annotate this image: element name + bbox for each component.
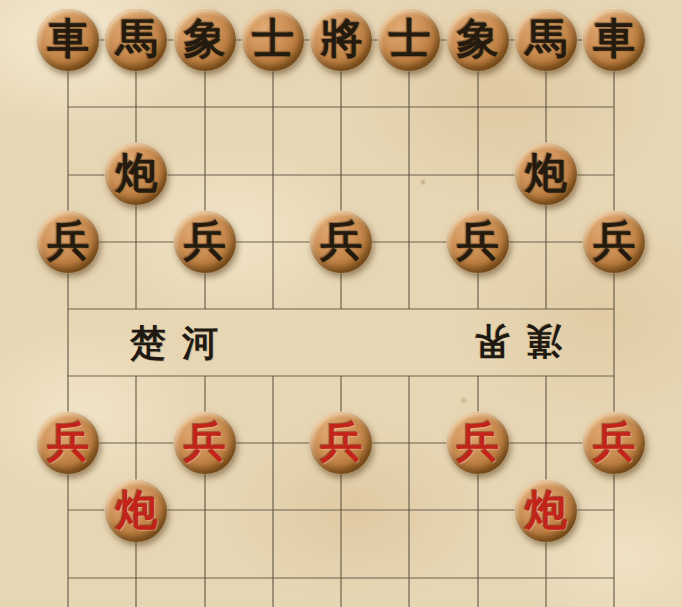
piece-glyph: 將 — [320, 18, 362, 60]
piece-glyph: 兵 — [320, 220, 362, 262]
piece-black-soldier[interactable]: 兵 — [34, 208, 102, 275]
piece-glyph: 馬 — [525, 18, 567, 60]
piece-disk-black-horse[interactable]: 馬 — [515, 9, 577, 71]
piece-red-soldier[interactable]: 兵 — [171, 410, 239, 477]
piece-disk-black-chariot[interactable]: 車 — [37, 9, 99, 71]
piece-disk-black-soldier[interactable]: 兵 — [447, 211, 509, 273]
piece-black-chariot[interactable]: 車 — [580, 6, 648, 73]
piece-disk-black-soldier[interactable]: 兵 — [174, 211, 236, 273]
piece-black-horse[interactable]: 馬 — [512, 6, 580, 73]
piece-glyph: 車 — [593, 18, 635, 60]
piece-black-elephant[interactable]: 象 — [444, 6, 512, 73]
piece-disk-black-cannon[interactable]: 炮 — [105, 143, 167, 205]
piece-disk-red-cannon[interactable]: 炮 — [105, 480, 167, 542]
piece-disk-red-soldier[interactable]: 兵 — [310, 412, 372, 474]
piece-black-chariot[interactable]: 車 — [34, 6, 102, 73]
piece-glyph: 兵 — [47, 421, 89, 463]
piece-glyph: 兵 — [593, 220, 635, 262]
piece-disk-black-elephant[interactable]: 象 — [447, 9, 509, 71]
piece-red-soldier[interactable]: 兵 — [444, 410, 512, 477]
piece-black-soldier[interactable]: 兵 — [171, 208, 239, 275]
piece-black-advisor[interactable]: 士 — [375, 6, 443, 73]
piece-disk-red-soldier[interactable]: 兵 — [583, 412, 645, 474]
piece-glyph: 兵 — [320, 421, 362, 463]
piece-glyph: 炮 — [525, 152, 567, 194]
piece-glyph: 兵 — [593, 421, 635, 463]
piece-disk-black-cannon[interactable]: 炮 — [515, 143, 577, 205]
piece-black-general[interactable]: 將 — [307, 6, 375, 73]
piece-red-soldier[interactable]: 兵 — [34, 410, 102, 477]
piece-glyph: 炮 — [115, 152, 157, 194]
piece-disk-black-elephant[interactable]: 象 — [174, 9, 236, 71]
piece-red-soldier[interactable]: 兵 — [307, 410, 375, 477]
piece-red-cannon[interactable]: 炮 — [102, 477, 170, 544]
piece-black-horse[interactable]: 馬 — [102, 6, 170, 73]
pieces-layer: 車馬象士將士象馬車炮炮兵兵兵兵兵兵兵兵兵兵炮炮 — [34, 6, 648, 607]
piece-black-soldier[interactable]: 兵 — [580, 208, 648, 275]
piece-glyph: 象 — [457, 18, 499, 60]
piece-glyph: 炮 — [525, 489, 567, 531]
piece-black-soldier[interactable]: 兵 — [444, 208, 512, 275]
piece-red-soldier[interactable]: 兵 — [580, 410, 648, 477]
piece-glyph: 士 — [388, 18, 430, 60]
piece-glyph: 士 — [252, 18, 294, 60]
piece-glyph: 炮 — [115, 489, 157, 531]
piece-disk-black-advisor[interactable]: 士 — [242, 9, 304, 71]
piece-glyph: 兵 — [184, 421, 226, 463]
piece-black-cannon[interactable]: 炮 — [102, 141, 170, 208]
piece-disk-black-soldier[interactable]: 兵 — [310, 211, 372, 273]
piece-glyph: 車 — [47, 18, 89, 60]
piece-disk-black-soldier[interactable]: 兵 — [37, 211, 99, 273]
piece-glyph: 兵 — [457, 421, 499, 463]
piece-disk-red-soldier[interactable]: 兵 — [174, 412, 236, 474]
piece-black-cannon[interactable]: 炮 — [512, 141, 580, 208]
piece-disk-red-cannon[interactable]: 炮 — [515, 480, 577, 542]
piece-black-soldier[interactable]: 兵 — [307, 208, 375, 275]
piece-glyph: 馬 — [115, 18, 157, 60]
piece-glyph: 兵 — [457, 220, 499, 262]
piece-disk-black-general[interactable]: 將 — [310, 9, 372, 71]
piece-disk-red-soldier[interactable]: 兵 — [447, 412, 509, 474]
piece-red-cannon[interactable]: 炮 — [512, 477, 580, 544]
piece-disk-black-soldier[interactable]: 兵 — [583, 211, 645, 273]
piece-disk-black-chariot[interactable]: 車 — [583, 9, 645, 71]
piece-glyph: 象 — [184, 18, 226, 60]
piece-disk-black-horse[interactable]: 馬 — [105, 9, 167, 71]
xiangqi-board: 楚河 漢界 車馬象士將士象馬車炮炮兵兵兵兵兵兵兵兵兵兵炮炮 — [0, 0, 682, 607]
piece-black-elephant[interactable]: 象 — [171, 6, 239, 73]
piece-disk-red-soldier[interactable]: 兵 — [37, 412, 99, 474]
piece-disk-black-advisor[interactable]: 士 — [378, 9, 440, 71]
piece-black-advisor[interactable]: 士 — [239, 6, 307, 73]
piece-glyph: 兵 — [184, 220, 226, 262]
piece-glyph: 兵 — [47, 220, 89, 262]
